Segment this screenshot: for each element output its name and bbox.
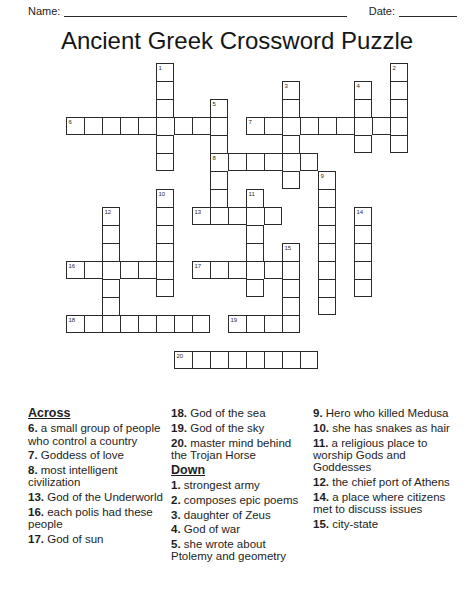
grid-cell[interactable] xyxy=(102,243,120,261)
clue-number: 11 xyxy=(249,191,255,197)
grid-cell[interactable] xyxy=(264,207,282,225)
grid-cell[interactable] xyxy=(300,153,318,171)
grid-cell[interactable] xyxy=(192,315,210,333)
crossword-grid: 1234567891011121314151617181920 xyxy=(66,63,408,369)
grid-cell[interactable] xyxy=(246,225,264,243)
date-fill-line[interactable] xyxy=(399,5,457,17)
clue-across-13: 13. God of the Underworld xyxy=(28,491,167,503)
name-date-row: Name: Date: xyxy=(28,5,457,18)
grid-cell[interactable] xyxy=(246,243,264,261)
grid-cell[interactable] xyxy=(282,99,300,117)
grid-cell[interactable] xyxy=(156,315,174,333)
clue-number: 6 xyxy=(69,119,72,125)
clue-number: 4 xyxy=(357,83,360,89)
grid-cell[interactable] xyxy=(264,261,282,279)
grid-cell[interactable] xyxy=(210,207,228,225)
grid-cell[interactable]: 16 xyxy=(66,261,84,279)
grid-cell[interactable] xyxy=(84,315,102,333)
grid-cell[interactable] xyxy=(354,279,372,297)
grid-cell[interactable] xyxy=(156,99,174,117)
grid-cell[interactable] xyxy=(282,153,300,171)
grid-cell[interactable] xyxy=(354,225,372,243)
grid-cell[interactable] xyxy=(372,117,390,135)
clue-column-2: 18. God of the sea19. God of the sky20. … xyxy=(171,407,305,565)
clue-down-11: 11. a religious place to worship Gods an… xyxy=(313,437,463,474)
clue-down-5: 5. she wrote about Ptolemy and geometry xyxy=(171,538,305,563)
grid-cell[interactable] xyxy=(246,153,264,171)
clue-down-3: 3. daughter of Zeus xyxy=(171,509,305,521)
grid-cell[interactable] xyxy=(102,297,120,315)
clue-number: 12 xyxy=(105,209,112,215)
grid-cell[interactable] xyxy=(390,117,408,135)
clue-across-18: 18. God of the sea xyxy=(171,407,305,419)
grid-cell[interactable] xyxy=(120,261,138,279)
worksheet-page: Name: Date: Ancient Greek Crossword Puzz… xyxy=(0,0,474,613)
grid-cell[interactable] xyxy=(156,81,174,99)
clue-down-14: 14. a place where citizens met to discus… xyxy=(313,491,463,516)
grid-cell[interactable]: 2 xyxy=(390,63,408,81)
grid-cell[interactable] xyxy=(264,351,282,369)
grid-cell[interactable] xyxy=(354,135,372,153)
across-heading: Across xyxy=(28,407,167,419)
grid-cell[interactable]: 17 xyxy=(192,261,210,279)
grid-cell[interactable] xyxy=(354,99,372,117)
clue-number: 13 xyxy=(195,209,202,215)
clue-across-20: 20. master mind behind the Trojan Horse xyxy=(171,437,305,462)
grid-cell[interactable] xyxy=(336,117,354,135)
clue-down-4: 4. God of war xyxy=(171,523,305,535)
clue-number: 20 xyxy=(177,353,184,359)
grid-cell[interactable] xyxy=(228,261,246,279)
grid-cell[interactable] xyxy=(318,189,336,207)
grid-cell[interactable] xyxy=(318,225,336,243)
grid-cell[interactable] xyxy=(318,243,336,261)
grid-cell[interactable] xyxy=(102,315,120,333)
clue-across-16: 16. each polis had these people xyxy=(28,506,167,531)
grid-cell[interactable] xyxy=(282,351,300,369)
clue-column-3: 9. Hero who killed Medusa10. she has sna… xyxy=(313,407,463,533)
date-label: Date: xyxy=(369,5,395,18)
clue-down-12: 12. the chief port of Athens xyxy=(313,476,463,488)
grid-cell[interactable] xyxy=(102,279,120,297)
clue-number: 18 xyxy=(69,317,76,323)
clue-number: 15 xyxy=(285,245,292,251)
grid-cell[interactable] xyxy=(156,153,174,171)
grid-cell[interactable] xyxy=(210,117,228,135)
grid-cell[interactable] xyxy=(282,171,300,189)
grid-cell[interactable] xyxy=(246,279,264,297)
clue-number: 17 xyxy=(195,263,202,269)
grid-cell[interactable] xyxy=(156,261,174,279)
grid-cell[interactable]: 4 xyxy=(354,81,372,99)
clue-down-2: 2. composes epic poems xyxy=(171,494,305,506)
grid-cell[interactable] xyxy=(318,207,336,225)
grid-cell[interactable] xyxy=(246,351,264,369)
grid-cell[interactable] xyxy=(210,189,228,207)
grid-cell[interactable] xyxy=(210,171,228,189)
clue-number: 3 xyxy=(285,83,288,89)
grid-cell[interactable] xyxy=(228,207,246,225)
grid-cell[interactable]: 11 xyxy=(246,189,264,207)
grid-cell[interactable] xyxy=(156,207,174,225)
clue-number: 2 xyxy=(393,65,396,71)
grid-cell[interactable] xyxy=(354,243,372,261)
grid-cell[interactable] xyxy=(156,117,174,135)
clue-number: 8 xyxy=(213,155,216,161)
grid-cell[interactable] xyxy=(282,297,300,315)
grid-cell[interactable] xyxy=(210,261,228,279)
grid-cell[interactable] xyxy=(318,297,336,315)
clue-number: 9 xyxy=(321,173,324,179)
grid-cell[interactable]: 1 xyxy=(156,63,174,81)
grid-cell[interactable] xyxy=(318,261,336,279)
grid-cell[interactable]: 7 xyxy=(246,117,264,135)
grid-cell[interactable]: 15 xyxy=(282,243,300,261)
grid-cell[interactable] xyxy=(102,225,120,243)
clue-across-7: 7. Goddess of love xyxy=(28,449,167,461)
grid-cell[interactable] xyxy=(354,117,372,135)
grid-cell[interactable] xyxy=(282,279,300,297)
grid-cell[interactable] xyxy=(300,351,318,369)
grid-cell[interactable] xyxy=(210,135,228,153)
name-label: Name: xyxy=(28,5,60,18)
grid-cell[interactable] xyxy=(246,315,264,333)
grid-cell[interactable] xyxy=(318,117,336,135)
grid-cell[interactable] xyxy=(264,117,282,135)
grid-cell[interactable] xyxy=(246,261,264,279)
clue-number: 14 xyxy=(357,209,364,215)
grid-cell[interactable] xyxy=(390,135,408,153)
grid-cell[interactable] xyxy=(354,261,372,279)
grid-cell[interactable]: 5 xyxy=(210,99,228,117)
grid-cell[interactable] xyxy=(156,135,174,153)
grid-cell[interactable] xyxy=(102,261,120,279)
grid-cell[interactable]: 12 xyxy=(102,207,120,225)
clue-across-6: 6. a small group of people who control a… xyxy=(28,422,167,447)
clue-down-15: 15. city-state xyxy=(313,518,463,530)
grid-cell[interactable] xyxy=(318,279,336,297)
grid-cell[interactable]: 9 xyxy=(318,171,336,189)
name-fill-line[interactable] xyxy=(64,5,346,17)
clue-down-10: 10. she has snakes as hair xyxy=(313,422,463,434)
grid-cell[interactable] xyxy=(138,117,156,135)
grid-cell[interactable] xyxy=(120,117,138,135)
grid-cell[interactable]: 19 xyxy=(228,315,246,333)
grid-cell[interactable] xyxy=(120,315,138,333)
grid-cell[interactable] xyxy=(282,315,300,333)
page-title: Ancient Greek Crossword Puzzle xyxy=(0,27,474,55)
grid-cell[interactable] xyxy=(84,261,102,279)
grid-cell[interactable] xyxy=(210,351,228,369)
clue-column-1: Across6. a small group of people who con… xyxy=(28,407,167,548)
down-heading: Down xyxy=(171,464,305,476)
grid-cell[interactable] xyxy=(282,261,300,279)
grid-cell[interactable]: 8 xyxy=(210,153,228,171)
clue-section: Across6. a small group of people who con… xyxy=(28,407,463,565)
grid-cell[interactable] xyxy=(390,81,408,99)
grid-cell[interactable] xyxy=(282,135,300,153)
clue-across-8: 8. most intelligent civilization xyxy=(28,464,167,489)
clue-number: 19 xyxy=(231,317,238,323)
grid-cell[interactable]: 14 xyxy=(354,207,372,225)
grid-cell[interactable]: 20 xyxy=(174,351,192,369)
grid-cell[interactable] xyxy=(102,117,120,135)
clue-number: 16 xyxy=(69,263,76,269)
grid-cell[interactable]: 18 xyxy=(66,315,84,333)
grid-cell[interactable]: 10 xyxy=(156,189,174,207)
grid-cell[interactable] xyxy=(174,117,192,135)
grid-cell[interactable] xyxy=(246,207,264,225)
grid-cell[interactable] xyxy=(138,261,156,279)
grid-cell[interactable] xyxy=(228,351,246,369)
grid-cell[interactable]: 6 xyxy=(66,117,84,135)
grid-cell[interactable] xyxy=(282,117,300,135)
grid-cell[interactable] xyxy=(84,117,102,135)
grid-cell[interactable] xyxy=(156,279,174,297)
clue-across-17: 17. God of sun xyxy=(28,533,167,545)
grid-cell[interactable]: 3 xyxy=(282,81,300,99)
grid-cell[interactable] xyxy=(192,117,210,135)
grid-cell[interactable] xyxy=(264,315,282,333)
grid-cell[interactable] xyxy=(300,117,318,135)
grid-cell[interactable] xyxy=(228,153,246,171)
grid-cell[interactable] xyxy=(174,315,192,333)
grid-cell[interactable] xyxy=(138,315,156,333)
grid-cell[interactable] xyxy=(264,153,282,171)
grid-cell[interactable] xyxy=(390,99,408,117)
grid-cell[interactable] xyxy=(156,243,174,261)
clue-number: 1 xyxy=(159,65,162,71)
clue-across-19: 19. God of the sky xyxy=(171,422,305,434)
grid-cell[interactable] xyxy=(156,225,174,243)
clue-number: 7 xyxy=(249,119,252,125)
clue-number: 5 xyxy=(213,101,216,107)
clue-number: 10 xyxy=(159,191,166,197)
grid-cell[interactable] xyxy=(192,351,210,369)
grid-cell[interactable]: 13 xyxy=(192,207,210,225)
clue-down-9: 9. Hero who killed Medusa xyxy=(313,407,463,419)
clue-down-1: 1. strongest army xyxy=(171,479,305,491)
